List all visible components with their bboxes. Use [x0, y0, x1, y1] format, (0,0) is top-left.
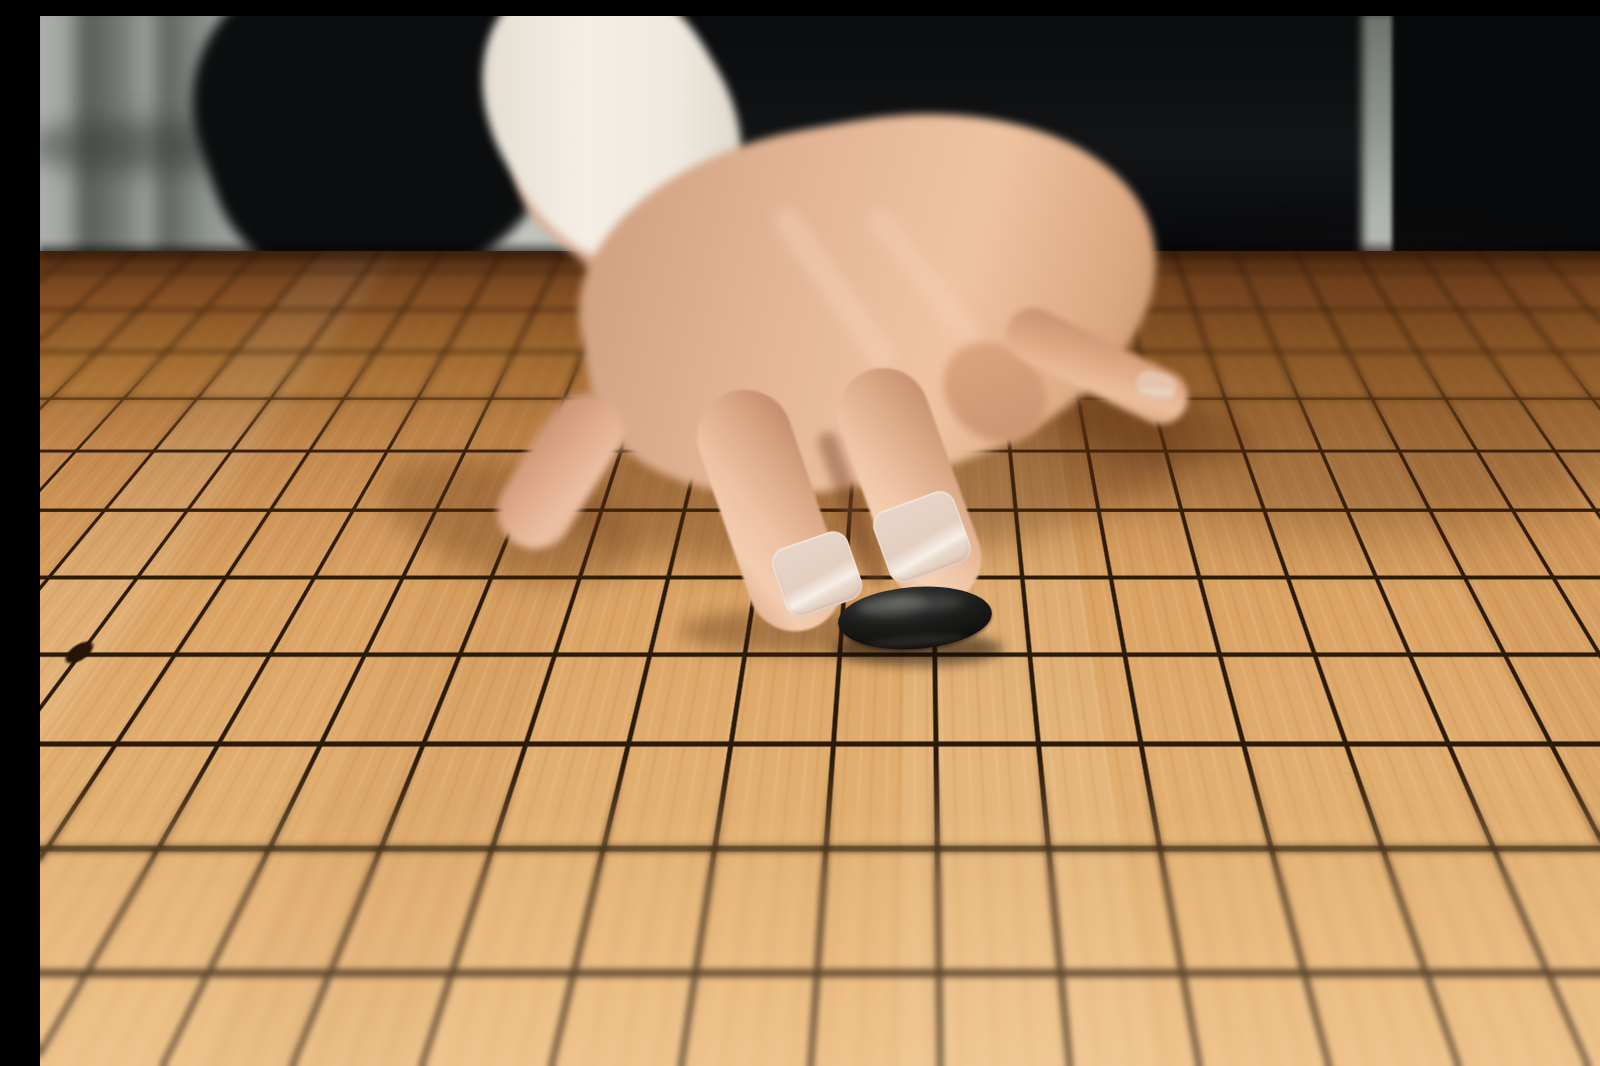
stone-highlight-2: [923, 596, 964, 611]
go-photo-scene: Close-up, low-angle photograph of a play…: [40, 16, 1600, 1066]
depth-of-field-near-blur: [40, 756, 1600, 1066]
star-point-hoshi: [58, 641, 101, 665]
stone-highlight: [857, 594, 930, 617]
